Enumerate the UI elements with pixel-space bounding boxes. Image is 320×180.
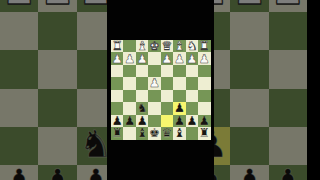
white-queen[interactable]: ♛ — [162, 40, 173, 52]
square-d3[interactable] — [161, 65, 173, 77]
black-queen[interactable]: ♛ — [162, 127, 173, 139]
white-pawn[interactable]: ♟ — [186, 52, 197, 64]
square-f4[interactable] — [136, 77, 148, 89]
black-pawn[interactable]: ♟ — [112, 114, 123, 126]
square-h4[interactable] — [111, 77, 123, 89]
video-frame: ♜♝♚♛♝♞♜♟♟♟♟♟♟♟♟♞♟♟♟♟♟♟♟♜♝♚♛♝♜ ♜♝♚♛♝♞♜♟♟♟… — [0, 0, 320, 180]
square-e5[interactable] — [148, 90, 160, 102]
square-d2[interactable]: ♟ — [161, 52, 173, 64]
square-h5[interactable] — [111, 90, 123, 102]
black-pawn[interactable]: ♟ — [199, 114, 210, 126]
square-b4[interactable] — [186, 77, 198, 89]
square-g3[interactable] — [123, 65, 135, 77]
white-rook[interactable]: ♜ — [199, 40, 210, 52]
black-pawn[interactable]: ♟ — [124, 114, 135, 126]
square-d6[interactable] — [161, 102, 173, 114]
white-pawn[interactable]: ♟ — [162, 52, 173, 64]
square-b7[interactable]: ♟ — [186, 115, 198, 127]
square-a5[interactable] — [198, 90, 210, 102]
square-d8[interactable]: ♛ — [161, 127, 173, 139]
white-king[interactable]: ♚ — [149, 40, 160, 52]
white-pawn[interactable]: ♟ — [137, 52, 148, 64]
square-a4[interactable] — [198, 77, 210, 89]
square-c3[interactable] — [173, 65, 185, 77]
white-pawn[interactable]: ♟ — [149, 77, 160, 89]
square-b8[interactable] — [186, 127, 198, 139]
white-knight[interactable]: ♞ — [186, 40, 197, 52]
square-c4[interactable] — [173, 77, 185, 89]
square-e8[interactable]: ♚ — [148, 127, 160, 139]
square-g4[interactable] — [123, 77, 135, 89]
square-b3[interactable] — [186, 65, 198, 77]
square-f3[interactable] — [136, 65, 148, 77]
square-g5[interactable] — [123, 90, 135, 102]
black-knight[interactable]: ♞ — [137, 102, 148, 114]
square-c8[interactable]: ♝ — [173, 127, 185, 139]
main-chessboard: ♜♝♚♛♝♞♜♟♟♟♟♟♟♟♟♞♟♟♟♟♟♟♟♜♝♚♛♝♜ — [111, 40, 211, 140]
square-b5[interactable] — [186, 90, 198, 102]
square-e1[interactable]: ♚ — [148, 40, 160, 52]
square-f2[interactable]: ♟ — [136, 52, 148, 64]
square-c2[interactable]: ♟ — [173, 52, 185, 64]
black-bishop[interactable]: ♝ — [137, 127, 148, 139]
square-g8[interactable] — [123, 127, 135, 139]
square-h8[interactable]: ♜ — [111, 127, 123, 139]
black-pawn[interactable]: ♟ — [174, 102, 185, 114]
white-pawn[interactable]: ♟ — [199, 52, 210, 64]
black-rook[interactable]: ♜ — [112, 127, 123, 139]
black-king[interactable]: ♚ — [149, 127, 160, 139]
white-pawn[interactable]: ♟ — [174, 52, 185, 64]
square-a2[interactable]: ♟ — [198, 52, 210, 64]
square-d5[interactable] — [161, 90, 173, 102]
square-h2[interactable]: ♟ — [111, 52, 123, 64]
black-pawn[interactable]: ♟ — [174, 114, 185, 126]
square-e6[interactable] — [148, 102, 160, 114]
black-pawn[interactable]: ♟ — [137, 114, 148, 126]
square-e2[interactable] — [148, 52, 160, 64]
white-rook[interactable]: ♜ — [112, 40, 123, 52]
square-d4[interactable] — [161, 77, 173, 89]
square-b2[interactable]: ♟ — [186, 52, 198, 64]
black-rook[interactable]: ♜ — [199, 127, 210, 139]
square-g2[interactable]: ♟ — [123, 52, 135, 64]
white-bishop[interactable]: ♝ — [137, 40, 148, 52]
square-e4[interactable]: ♟ — [148, 77, 160, 89]
white-bishop[interactable]: ♝ — [174, 40, 185, 52]
square-h3[interactable] — [111, 65, 123, 77]
white-pawn[interactable]: ♟ — [112, 52, 123, 64]
black-pawn[interactable]: ♟ — [186, 114, 197, 126]
square-f8[interactable]: ♝ — [136, 127, 148, 139]
square-g7[interactable]: ♟ — [123, 115, 135, 127]
square-a3[interactable] — [198, 65, 210, 77]
white-pawn[interactable]: ♟ — [124, 52, 135, 64]
black-bishop[interactable]: ♝ — [174, 127, 185, 139]
square-a8[interactable]: ♜ — [198, 127, 210, 139]
